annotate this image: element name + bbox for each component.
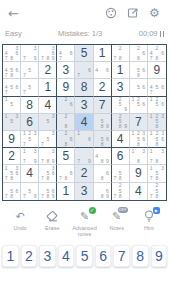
pencil-notes: 56789 — [40, 183, 56, 199]
cell-r6c4[interactable]: 268 — [57, 131, 75, 148]
cell-r4c9[interactable]: 1256 — [148, 97, 166, 114]
cell-r7c2[interactable]: 1379 — [21, 148, 39, 165]
back-icon[interactable]: ← — [8, 6, 19, 21]
top-bar: ← ⚙ — [0, 0, 169, 26]
export-icon[interactable] — [126, 7, 139, 20]
cell-r2c5[interactable]: 67 — [75, 62, 93, 79]
digit: 9 — [135, 166, 142, 180]
pencil-notes: 135 — [4, 114, 20, 129]
pencil-notes: 1256 — [130, 97, 146, 112]
pencil-notes: 35 — [40, 114, 56, 129]
pencil-notes: 56 — [130, 80, 146, 95]
pencil-notes: 578 — [112, 166, 128, 181]
digit: 1 — [99, 46, 106, 60]
digit: 2 — [81, 166, 88, 180]
cell-r3c3[interactable]: 1 — [39, 79, 57, 96]
gear-icon[interactable]: ⚙ — [148, 7, 161, 20]
cell-r6c3[interactable]: 357 — [39, 131, 57, 148]
cell-r4c4[interactable]: 26 — [57, 97, 75, 114]
pencil-notes: 135678 — [4, 166, 20, 181]
numpad-5[interactable]: 5 — [76, 245, 93, 267]
digit: 1 — [117, 63, 124, 77]
numpad-4[interactable]: 4 — [58, 245, 75, 267]
digit: 1 — [44, 80, 51, 94]
pencil-notes: 379 — [22, 46, 38, 61]
cell-r3c9[interactable]: 4567 — [148, 79, 166, 96]
cell-r3c6[interactable]: 2 — [94, 79, 112, 96]
cell-r4c6[interactable]: 7 — [94, 97, 112, 114]
pencil-notes: 12358 — [148, 114, 165, 129]
cell-r4c3[interactable]: 4 — [39, 97, 57, 114]
lightbulb-icon: ▶ — [141, 210, 157, 223]
digit: 5 — [63, 149, 70, 163]
pencil-notes: 123568 — [148, 131, 165, 146]
difficulty-label: Easy — [5, 29, 22, 38]
digit: 7 — [135, 115, 142, 129]
cell-r1c3[interactable]: 36789 — [39, 45, 57, 62]
cell-r1c8[interactable]: 268 — [130, 45, 148, 62]
digit: 4 — [81, 115, 88, 129]
pencil-notes: 568 — [94, 131, 110, 146]
cell-r5c8[interactable]: 7 — [130, 114, 148, 131]
pencil-notes: 1378 — [148, 149, 165, 164]
pencil-notes: 5678 — [4, 183, 20, 199]
cell-r5c6[interactable]: 589 — [94, 114, 112, 131]
cell-r6c8[interactable]: 123568 — [130, 131, 148, 148]
cell-r6c6[interactable]: 568 — [94, 131, 112, 148]
sudoku-board: 3467837936789467512782682467845678572367… — [2, 44, 167, 201]
notes-label: Notes — [110, 225, 124, 231]
pencil-notes: 15 — [4, 97, 20, 112]
cell-r7c4[interactable]: 5 — [57, 148, 75, 165]
cell-r3c8[interactable]: 56 — [130, 79, 148, 96]
cell-r5c7[interactable]: 2589 — [112, 114, 130, 131]
pencil-notes: 57 — [22, 80, 38, 95]
pencil-notes: 2589 — [112, 114, 128, 129]
notes-pencil-icon: ✎ OFF — [109, 210, 125, 223]
cell-r3c1[interactable]: 4567 — [3, 79, 21, 96]
cell-r8c3[interactable]: 35678 — [39, 165, 57, 182]
cell-r4c7[interactable]: 259 — [112, 97, 130, 114]
pencil-notes: 67 — [76, 63, 92, 78]
cell-r9c6[interactable]: 689 — [94, 183, 112, 200]
advanced-notes-button[interactable]: ✎ ✓ Advanced notes — [68, 210, 100, 237]
cell-r9c2[interactable]: 579 — [21, 183, 39, 200]
status-bar: Easy Mistakes: 1/3 00:09 — [0, 26, 169, 41]
number-pad: 123456789 — [0, 245, 169, 267]
pause-icon[interactable] — [160, 31, 165, 37]
cell-r1c4[interactable]: 467 — [57, 45, 75, 62]
cell-r9c5[interactable]: 3 — [75, 183, 93, 200]
erase-button[interactable]: Erase — [36, 210, 68, 237]
numpad-9[interactable]: 9 — [151, 245, 168, 267]
digit: 2 — [44, 63, 51, 77]
toolbar: ↶ Undo Erase ✎ ✓ Advanced notes ✎ OFF No… — [0, 210, 169, 237]
pencil-notes: 123568 — [130, 131, 146, 146]
cell-r1c6[interactable]: 1 — [94, 45, 112, 62]
pencil-notes: 278 — [112, 46, 128, 61]
digit: 4 — [44, 98, 51, 112]
pencil-notes: 579 — [22, 183, 38, 199]
pencil-notes: 12357 — [22, 131, 38, 146]
cell-r3c7[interactable]: 3 — [112, 79, 130, 96]
cell-r2c4[interactable]: 3 — [57, 62, 75, 79]
pencil-notes: 1379 — [22, 149, 38, 164]
cell-r5c2[interactable]: 6 — [21, 114, 39, 131]
cell-r2c2[interactable]: 57 — [21, 62, 39, 79]
cell-r7c8[interactable]: 138 — [130, 148, 148, 165]
pencil-notes: 2578 — [112, 183, 128, 199]
numpad-3[interactable]: 3 — [39, 245, 56, 267]
digit: 4 — [117, 132, 124, 146]
cell-r8c7[interactable]: 578 — [112, 165, 130, 182]
cell-r5c9[interactable]: 12358 — [148, 114, 166, 131]
pencil-notes: 3789 — [40, 149, 56, 164]
cell-r6c5[interactable]: 16 — [75, 131, 93, 148]
cell-r8c8[interactable]: 9 — [130, 165, 148, 182]
cell-r3c4[interactable]: 9 — [57, 79, 75, 96]
pencil-notes: 467 — [58, 46, 74, 61]
cell-r6c1[interactable]: 9 — [3, 131, 21, 148]
cell-r9c9[interactable]: 2578 — [148, 183, 166, 200]
cell-r2c9[interactable]: 9 — [148, 62, 166, 79]
pencil-notes: 489 — [94, 149, 110, 164]
cell-r5c4[interactable]: 28 — [57, 114, 75, 131]
cell-r2c7[interactable]: 1 — [112, 62, 130, 79]
cell-r7c9[interactable]: 1378 — [148, 148, 166, 165]
pencil-notes: 79 — [76, 149, 92, 164]
pencil-notes: 357 — [40, 131, 56, 146]
cell-r8c5[interactable]: 2 — [75, 165, 93, 182]
erase-label: Erase — [45, 225, 59, 231]
pencil-notes: 34678 — [4, 46, 20, 61]
advanced-notes-on-badge: ✓ — [89, 207, 96, 214]
pencil-notes: 68 — [94, 166, 110, 181]
pencil-notes: 57 — [22, 63, 38, 78]
digit: 9 — [8, 132, 15, 146]
cell-r5c1[interactable]: 135 — [3, 114, 21, 131]
cell-r2c8[interactable]: 568 — [130, 62, 148, 79]
advanced-notes-label: Advanced notes — [69, 225, 101, 237]
cell-r7c1[interactable]: 2 — [3, 148, 21, 165]
digit: 4 — [26, 166, 33, 180]
pencil-notes: 35678 — [40, 166, 56, 181]
digit: 9 — [154, 63, 161, 77]
digit: 4 — [135, 184, 142, 198]
cell-r9c1[interactable]: 5678 — [3, 183, 21, 200]
pencil-notes: 16 — [76, 131, 92, 146]
cell-r3c5[interactable]: 8 — [75, 79, 93, 96]
pencil-notes: 1256 — [148, 97, 165, 112]
cell-r8c4[interactable]: 678 — [57, 165, 75, 182]
digit: 5 — [81, 46, 88, 60]
pencil-notes: 689 — [94, 183, 110, 199]
digit: 8 — [26, 98, 33, 112]
digit: 7 — [99, 98, 106, 112]
cell-r6c7[interactable]: 4 — [112, 131, 130, 148]
undo-label: Undo — [14, 225, 27, 231]
cell-r6c2[interactable]: 12357 — [21, 131, 39, 148]
pencil-notes: 26 — [58, 97, 74, 112]
digit: 9 — [63, 80, 70, 94]
cell-r8c9[interactable]: 13578 — [148, 165, 166, 182]
mistakes-counter: Mistakes: 1/3 — [22, 29, 139, 38]
cell-r5c3[interactable]: 35 — [39, 114, 57, 131]
numpad-6[interactable]: 6 — [95, 245, 112, 267]
notes-button[interactable]: ✎ OFF Notes — [101, 210, 133, 237]
cell-r1c2[interactable]: 379 — [21, 45, 39, 62]
cell-r1c1[interactable]: 34678 — [3, 45, 21, 62]
pencil-notes: 24678 — [148, 46, 165, 61]
undo-button[interactable]: ↶ Undo — [4, 210, 36, 237]
cell-r1c5[interactable]: 5 — [75, 45, 93, 62]
hint-label: Hint — [144, 225, 154, 231]
pencil-notes: 138 — [130, 149, 146, 164]
cell-r5c5[interactable]: 4 — [75, 114, 93, 131]
cell-r9c3[interactable]: 56789 — [39, 183, 57, 200]
numpad-7[interactable]: 7 — [113, 245, 130, 267]
pencil-notes: 568 — [130, 63, 146, 78]
digit: 1 — [63, 184, 70, 198]
digit: 2 — [8, 149, 15, 163]
cell-r6c9[interactable]: 123568 — [148, 131, 166, 148]
digit: 3 — [81, 98, 88, 112]
cell-r8c6[interactable]: 68 — [94, 165, 112, 182]
advanced-notes-pencil-icon: ✎ ✓ — [77, 210, 93, 223]
cell-r9c7[interactable]: 2578 — [112, 183, 130, 200]
pencil-notes: 46 — [94, 63, 110, 78]
pencil-notes: 13578 — [148, 166, 165, 181]
digit: 6 — [26, 115, 33, 129]
numpad-2[interactable]: 2 — [21, 245, 38, 267]
cell-r2c1[interactable]: 45678 — [3, 62, 21, 79]
cell-r4c8[interactable]: 1256 — [130, 97, 148, 114]
notes-off-badge: OFF — [118, 207, 128, 213]
numpad-8[interactable]: 8 — [132, 245, 149, 267]
pencil-notes: 2578 — [148, 183, 165, 199]
digit: 3 — [117, 80, 124, 94]
hint-button[interactable]: ▶ Hint — [133, 210, 165, 237]
timer: 00:09 — [139, 29, 158, 38]
digit: 3 — [63, 63, 70, 77]
cell-r4c1[interactable]: 15 — [3, 97, 21, 114]
pencil-notes: 4567 — [4, 80, 20, 95]
cell-r1c7[interactable]: 278 — [112, 45, 130, 62]
cell-r3c2[interactable]: 57 — [21, 79, 39, 96]
cell-r7c5[interactable]: 79 — [75, 148, 93, 165]
cell-r8c1[interactable]: 135678 — [3, 165, 21, 182]
cell-r2c3[interactable]: 2 — [39, 62, 57, 79]
cell-r7c7[interactable]: 6 — [112, 148, 130, 165]
digit: 2 — [99, 80, 106, 94]
undo-icon: ↶ — [12, 210, 28, 223]
pencil-notes: 678 — [58, 166, 74, 181]
pencil-notes: 45678 — [4, 63, 20, 78]
cell-r2c6[interactable]: 46 — [94, 62, 112, 79]
pencil-notes: 268 — [58, 131, 74, 146]
pencil-notes: 4567 — [148, 80, 165, 95]
cell-r4c2[interactable]: 8 — [21, 97, 39, 114]
pencil-notes: 259 — [112, 97, 128, 112]
eraser-icon — [44, 210, 60, 223]
palette-icon[interactable] — [104, 7, 117, 20]
pencil-notes: 589 — [94, 114, 110, 129]
cell-r4c5[interactable]: 3 — [75, 97, 93, 114]
digit: 3 — [81, 184, 88, 198]
digit: 6 — [117, 149, 124, 163]
cell-r9c4[interactable]: 1 — [57, 183, 75, 200]
digit: 8 — [81, 80, 88, 94]
pencil-notes: 36789 — [40, 46, 56, 61]
pencil-notes: 28 — [58, 114, 74, 129]
cell-r9c8[interactable]: 4 — [130, 183, 148, 200]
cell-r1c9[interactable]: 24678 — [148, 45, 166, 62]
cell-r7c6[interactable]: 489 — [94, 148, 112, 165]
cell-r8c2[interactable]: 4 — [21, 165, 39, 182]
cell-r7c3[interactable]: 3789 — [39, 148, 57, 165]
hint-ad-badge: ▶ — [153, 207, 160, 214]
pencil-notes: 268 — [130, 46, 146, 61]
numpad-1[interactable]: 1 — [2, 245, 19, 267]
